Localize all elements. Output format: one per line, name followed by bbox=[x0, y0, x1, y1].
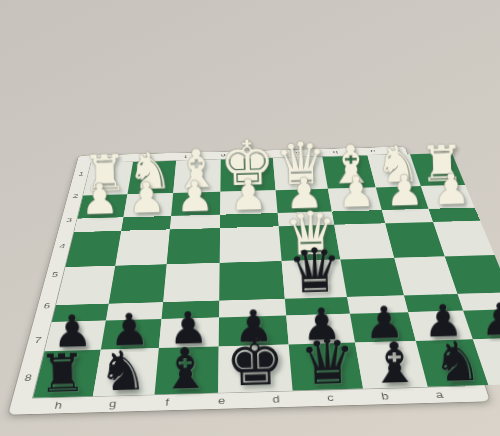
square-e7: ♟ bbox=[219, 316, 289, 347]
square-f1: ♝ bbox=[173, 159, 221, 193]
square-f7: ♟ bbox=[159, 317, 220, 348]
square-d4: ♛ bbox=[279, 225, 340, 261]
square-c4 bbox=[334, 223, 393, 259]
square-a4 bbox=[433, 220, 494, 256]
file-label-h: h bbox=[29, 396, 87, 414]
square-g2: ♟ bbox=[123, 193, 173, 217]
file-label-g: g bbox=[84, 395, 141, 413]
square-c5 bbox=[340, 258, 403, 297]
square-f6 bbox=[161, 300, 219, 319]
piece-white-bishop-c1: ♝ bbox=[326, 138, 375, 192]
chess-board: 12345678 12345678 hgfedcba hgfedcba ♜♞♝♚… bbox=[8, 147, 490, 415]
square-f8: ♝ bbox=[154, 346, 219, 394]
square-e2: ♟ bbox=[220, 190, 278, 214]
piece-black-bishop-f8: ♝ bbox=[160, 339, 212, 397]
file-label-b: b bbox=[356, 387, 414, 405]
square-h2: ♟ bbox=[77, 194, 127, 218]
square-e6 bbox=[219, 298, 286, 317]
square-f4 bbox=[166, 228, 220, 264]
piece-white-bishop-f1: ♝ bbox=[172, 142, 221, 196]
square-g5 bbox=[109, 264, 167, 303]
square-e5 bbox=[219, 261, 285, 300]
square-h8: ♜ bbox=[33, 350, 101, 398]
file-label-d: d bbox=[249, 390, 304, 408]
carpet-background: 12345678 12345678 hgfedcba hgfedcba ♜♞♝♚… bbox=[0, 0, 500, 436]
square-a6 bbox=[458, 292, 500, 310]
square-c2: ♟ bbox=[328, 187, 381, 211]
board-grid: ♜♞♝♚♛♝♞♜♟♟♟♟♟♟♟♟♛♛♟♟♟♟♟♟♟♟♜♞♝♚♛♝♞♜ bbox=[33, 155, 464, 398]
square-g6 bbox=[106, 302, 163, 321]
square-d7: ♟ bbox=[287, 314, 356, 345]
square-d5: ♛ bbox=[282, 259, 347, 298]
file-label-c: c bbox=[302, 389, 359, 407]
square-g8: ♞ bbox=[93, 348, 159, 396]
piece-white-king-e1: ♚ bbox=[219, 132, 276, 195]
square-h1: ♜ bbox=[83, 162, 133, 196]
piece-black-knight-g8: ♞ bbox=[98, 343, 149, 399]
square-h5 bbox=[56, 265, 115, 304]
square-f5 bbox=[163, 263, 220, 302]
square-d1: ♛ bbox=[273, 157, 328, 191]
square-c7: ♟ bbox=[350, 312, 415, 342]
square-b2: ♟ bbox=[376, 186, 429, 210]
square-g1: ♞ bbox=[127, 161, 176, 195]
square-h6 bbox=[52, 303, 109, 322]
piece-black-rook-a8: ♜ bbox=[493, 334, 500, 388]
square-c6 bbox=[347, 295, 408, 314]
square-g4 bbox=[115, 229, 169, 265]
square-a3 bbox=[429, 208, 480, 222]
square-h4 bbox=[66, 231, 122, 267]
square-d8: ♛ bbox=[289, 343, 363, 391]
square-h7: ♟ bbox=[45, 321, 106, 352]
square-e8: ♚ bbox=[218, 344, 293, 392]
file-label-a: a bbox=[410, 386, 469, 404]
piece-white-queen-d1: ♛ bbox=[274, 134, 328, 193]
file-label-e: e bbox=[194, 392, 249, 410]
piece-black-bishop-c8: ♝ bbox=[368, 334, 420, 392]
square-a2: ♟ bbox=[421, 185, 475, 209]
square-b6 bbox=[404, 294, 464, 313]
square-a1: ♜ bbox=[410, 153, 465, 186]
piece-white-rook-a1: ♜ bbox=[420, 139, 466, 190]
square-e1: ♚ bbox=[221, 158, 276, 192]
square-g7: ♟ bbox=[101, 319, 162, 350]
square-b3 bbox=[381, 209, 433, 223]
piece-black-rook-h8: ♜ bbox=[38, 347, 87, 401]
square-e4 bbox=[220, 226, 282, 262]
square-d2: ♟ bbox=[276, 189, 332, 213]
square-f2: ♟ bbox=[171, 192, 221, 216]
square-d6 bbox=[285, 297, 350, 316]
file-label-f: f bbox=[139, 393, 195, 411]
